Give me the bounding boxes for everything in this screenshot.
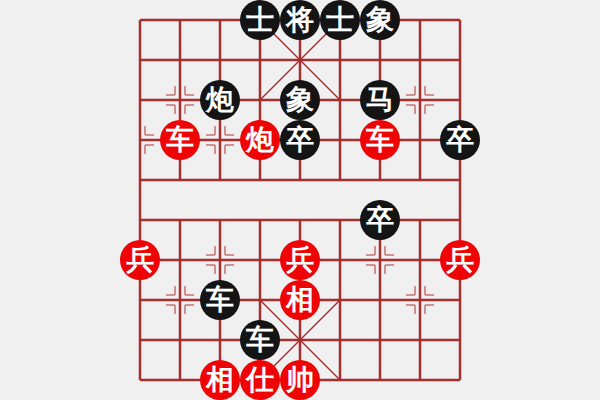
piece-black-chariot[interactable]: 车 bbox=[200, 280, 240, 320]
piece-black-pawn[interactable]: 卒 bbox=[360, 200, 400, 240]
piece-black-horse[interactable]: 马 bbox=[360, 80, 400, 120]
piece-black-advisor[interactable]: 士 bbox=[240, 0, 280, 40]
piece-red-pawn[interactable]: 兵 bbox=[120, 240, 160, 280]
piece-black-pawn[interactable]: 卒 bbox=[440, 120, 480, 160]
piece-red-pawn[interactable]: 兵 bbox=[440, 240, 480, 280]
piece-black-general[interactable]: 将 bbox=[280, 0, 320, 40]
piece-black-pawn[interactable]: 卒 bbox=[280, 120, 320, 160]
board-grid-lines bbox=[0, 0, 600, 400]
piece-black-chariot[interactable]: 车 bbox=[240, 320, 280, 360]
piece-black-elephant[interactable]: 象 bbox=[360, 0, 400, 40]
xiangqi-board[interactable]: 士将士象炮象马车炮卒车卒卒兵兵兵车相车相仕帅 bbox=[0, 0, 600, 400]
piece-red-pawn[interactable]: 兵 bbox=[280, 240, 320, 280]
piece-black-elephant[interactable]: 象 bbox=[280, 80, 320, 120]
piece-black-advisor[interactable]: 士 bbox=[320, 0, 360, 40]
piece-black-cannon[interactable]: 炮 bbox=[200, 80, 240, 120]
piece-red-advisor[interactable]: 仕 bbox=[240, 360, 280, 400]
piece-red-elephant[interactable]: 相 bbox=[200, 360, 240, 400]
piece-red-general[interactable]: 帅 bbox=[280, 360, 320, 400]
piece-red-elephant[interactable]: 相 bbox=[280, 280, 320, 320]
piece-red-chariot[interactable]: 车 bbox=[360, 120, 400, 160]
piece-red-cannon[interactable]: 炮 bbox=[240, 120, 280, 160]
piece-red-chariot[interactable]: 车 bbox=[160, 120, 200, 160]
